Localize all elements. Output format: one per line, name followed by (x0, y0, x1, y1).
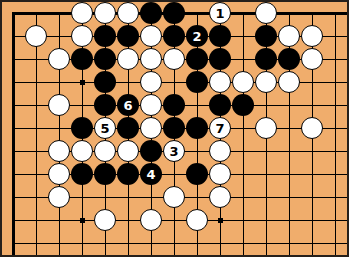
move-number-label: 7 (215, 122, 224, 135)
black-stone (255, 25, 277, 47)
white-stone (301, 25, 323, 47)
white-stone (186, 209, 208, 231)
black-stone (163, 25, 185, 47)
black-stone (163, 2, 185, 24)
white-stone (71, 140, 93, 162)
white-stone (255, 71, 277, 93)
white-stone: 3 (163, 140, 185, 162)
black-stone (209, 94, 231, 116)
white-stone: 1 (209, 2, 231, 24)
black-stone (94, 25, 116, 47)
white-stone (140, 209, 162, 231)
white-stone (48, 94, 70, 116)
grid-line-horizontal (12, 243, 349, 244)
white-stone: 7 (209, 117, 231, 139)
black-stone: 2 (186, 25, 208, 47)
black-stone (94, 48, 116, 70)
white-stone (94, 209, 116, 231)
white-stone (140, 25, 162, 47)
black-stone (163, 117, 185, 139)
move-number-label: 4 (146, 168, 155, 181)
white-stone (48, 140, 70, 162)
black-stone (278, 48, 300, 70)
white-stone (209, 71, 231, 93)
star-point (80, 80, 85, 85)
move-number-label: 3 (169, 145, 178, 158)
black-stone: 6 (117, 94, 139, 116)
black-stone (255, 48, 277, 70)
black-stone (71, 48, 93, 70)
white-stone (94, 140, 116, 162)
white-stone (71, 2, 93, 24)
black-stone (186, 163, 208, 185)
black-stone (117, 163, 139, 185)
black-stone (186, 117, 208, 139)
white-stone (209, 140, 231, 162)
black-stone (94, 163, 116, 185)
black-stone (209, 48, 231, 70)
move-number-label: 1 (215, 7, 224, 20)
black-stone (117, 25, 139, 47)
black-stone (71, 163, 93, 185)
white-stone (255, 2, 277, 24)
black-stone (186, 71, 208, 93)
white-stone (278, 25, 300, 47)
black-stone (140, 2, 162, 24)
grid-line-horizontal (12, 220, 349, 221)
white-stone (163, 186, 185, 208)
black-stone (232, 94, 254, 116)
white-stone (140, 94, 162, 116)
white-stone (209, 186, 231, 208)
star-point (218, 218, 223, 223)
white-stone (140, 117, 162, 139)
white-stone (48, 186, 70, 208)
move-number-label: 5 (100, 122, 109, 135)
black-stone (209, 25, 231, 47)
white-stone (140, 48, 162, 70)
white-stone (117, 2, 139, 24)
white-stone (48, 48, 70, 70)
white-stone (48, 163, 70, 185)
black-stone (117, 117, 139, 139)
white-stone (94, 2, 116, 24)
white-stone (232, 71, 254, 93)
white-stone (163, 48, 185, 70)
white-stone (117, 140, 139, 162)
black-stone (140, 140, 162, 162)
white-stone (301, 117, 323, 139)
move-number-label: 6 (123, 99, 132, 112)
black-stone: 4 (140, 163, 162, 185)
white-stone (140, 71, 162, 93)
black-stone (186, 48, 208, 70)
black-stone (94, 71, 116, 93)
white-stone: 5 (94, 117, 116, 139)
white-stone (209, 163, 231, 185)
black-stone (163, 94, 185, 116)
black-stone (94, 94, 116, 116)
star-point (80, 218, 85, 223)
white-stone (301, 48, 323, 70)
white-stone (25, 25, 47, 47)
go-board-diagram: 1265734 (0, 0, 349, 257)
move-number-label: 2 (192, 30, 201, 43)
white-stone (278, 71, 300, 93)
white-stone (255, 117, 277, 139)
white-stone (71, 25, 93, 47)
white-stone (117, 48, 139, 70)
black-stone (71, 117, 93, 139)
